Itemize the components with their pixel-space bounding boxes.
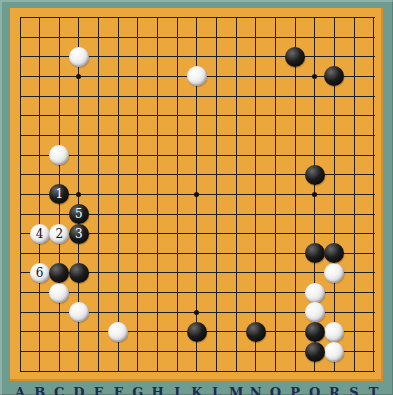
stone-black-D8[interactable]: 3 <box>69 224 89 244</box>
move-number-5: 5 <box>75 204 83 224</box>
star-point <box>312 74 317 79</box>
stone-white-D17[interactable] <box>69 47 89 67</box>
go-board[interactable]: 426153 <box>10 8 383 381</box>
grid-line-horizontal <box>20 115 375 116</box>
grid-line-horizontal <box>20 155 375 156</box>
coord-label-G: G <box>130 385 146 395</box>
stone-white-C8[interactable]: 2 <box>49 224 69 244</box>
star-point <box>194 192 199 197</box>
grid-line-horizontal <box>20 37 375 38</box>
stone-white-D4[interactable] <box>69 302 89 322</box>
grid-line-vertical <box>98 18 99 373</box>
stone-black-R16[interactable] <box>324 66 344 86</box>
coord-label-Q: Q <box>307 385 323 395</box>
coord-label-D: D <box>71 385 87 395</box>
coord-label-N: N <box>248 385 264 395</box>
stone-white-C12[interactable] <box>49 145 69 165</box>
stone-white-F3[interactable] <box>108 322 128 342</box>
stone-white-B6[interactable]: 6 <box>30 263 50 283</box>
grid-line-vertical <box>20 18 21 373</box>
star-point <box>312 192 317 197</box>
move-number-1: 1 <box>55 184 63 204</box>
move-number-4: 4 <box>36 224 44 244</box>
stone-black-Q7[interactable] <box>305 243 325 263</box>
grid-line-vertical <box>118 18 119 373</box>
grid-line-vertical <box>177 18 178 373</box>
grid-line-vertical <box>275 18 276 373</box>
coord-label-L: L <box>209 385 225 395</box>
coord-label-S: S <box>346 385 362 395</box>
coord-label-K: K <box>189 385 205 395</box>
star-point <box>194 310 199 315</box>
stone-black-D6[interactable] <box>69 263 89 283</box>
stone-white-Q5[interactable] <box>305 283 325 303</box>
grid-line-vertical <box>157 18 158 373</box>
grid-line-vertical <box>255 18 256 373</box>
coord-label-E: E <box>91 385 107 395</box>
coord-label-R: R <box>326 385 342 395</box>
coord-label-M: M <box>228 385 244 395</box>
stone-white-R3[interactable] <box>324 322 344 342</box>
grid-line-horizontal <box>20 135 375 136</box>
coord-label-O: O <box>267 385 283 395</box>
stone-black-Q3[interactable] <box>305 322 325 342</box>
grid-line-vertical <box>39 18 40 373</box>
stone-black-C10[interactable]: 1 <box>49 184 69 204</box>
coord-label-P: P <box>287 385 303 395</box>
stone-black-K3[interactable] <box>187 322 207 342</box>
stone-black-Q11[interactable] <box>305 165 325 185</box>
move-number-3: 3 <box>75 224 83 244</box>
grid-line-horizontal <box>20 17 375 18</box>
grid-line-vertical <box>236 18 237 373</box>
stone-white-K16[interactable] <box>187 66 207 86</box>
stone-white-Q4[interactable] <box>305 302 325 322</box>
grid-line-horizontal <box>20 371 375 372</box>
move-number-6: 6 <box>36 263 44 283</box>
stone-black-P17[interactable] <box>285 47 305 67</box>
go-diagram-screen: 426153 ABCDEFGHJKLMNOPQRST <box>0 0 393 395</box>
coord-label-T: T <box>366 385 382 395</box>
stone-white-B8[interactable]: 4 <box>30 224 50 244</box>
grid-line-vertical <box>295 18 296 373</box>
coord-label-A: A <box>12 385 28 395</box>
stone-black-R7[interactable] <box>324 243 344 263</box>
stone-black-D9[interactable]: 5 <box>69 204 89 224</box>
stone-white-R6[interactable] <box>324 263 344 283</box>
coord-label-C: C <box>51 385 67 395</box>
stone-white-C5[interactable] <box>49 283 69 303</box>
grid-line-horizontal <box>20 96 375 97</box>
stone-black-Q2[interactable] <box>305 342 325 362</box>
star-point <box>76 192 81 197</box>
grid-line-vertical <box>216 18 217 373</box>
coord-label-H: H <box>150 385 166 395</box>
coord-label-F: F <box>110 385 126 395</box>
stone-black-C6[interactable] <box>49 263 69 283</box>
grid-line-vertical <box>354 18 355 373</box>
stone-black-N3[interactable] <box>246 322 266 342</box>
star-point <box>76 74 81 79</box>
grid-line-vertical <box>373 18 374 373</box>
coord-label-J: J <box>169 385 185 395</box>
stone-white-R2[interactable] <box>324 342 344 362</box>
move-number-2: 2 <box>55 224 63 244</box>
grid-line-vertical <box>137 18 138 373</box>
coord-label-B: B <box>32 385 48 395</box>
